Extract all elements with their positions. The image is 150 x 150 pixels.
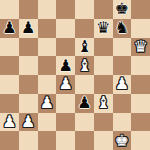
square-f7[interactable]: ♛ — [94, 19, 113, 38]
square-f2[interactable] — [94, 113, 113, 132]
square-c1[interactable] — [38, 131, 57, 150]
square-g3[interactable] — [113, 94, 132, 113]
white-pawn-piece[interactable]: ♟ — [21, 113, 35, 131]
square-b7[interactable]: ♟ — [19, 19, 38, 38]
square-h5[interactable] — [131, 56, 150, 75]
square-c8[interactable] — [38, 0, 57, 19]
square-a1[interactable] — [0, 131, 19, 150]
square-f4[interactable] — [94, 75, 113, 94]
black-queen-piece[interactable]: ♛ — [96, 19, 110, 37]
square-d8[interactable] — [56, 0, 75, 19]
square-b8[interactable] — [19, 0, 38, 19]
square-d5[interactable]: ♟ — [56, 56, 75, 75]
square-g6[interactable] — [113, 38, 132, 57]
square-g4[interactable]: ♟ — [113, 75, 132, 94]
black-pawn-piece[interactable]: ♟ — [77, 94, 91, 112]
square-a5[interactable] — [0, 56, 19, 75]
square-e8[interactable] — [75, 0, 94, 19]
square-c5[interactable] — [38, 56, 57, 75]
square-d4[interactable]: ♟ — [56, 75, 75, 94]
black-king-piece[interactable]: ♚ — [115, 0, 129, 18]
black-bishop-piece[interactable]: ♝ — [77, 38, 91, 56]
black-pawn-piece[interactable]: ♟ — [21, 19, 35, 37]
square-h2[interactable] — [131, 113, 150, 132]
square-d6[interactable] — [56, 38, 75, 57]
square-d7[interactable] — [56, 19, 75, 38]
square-a3[interactable] — [0, 94, 19, 113]
square-e7[interactable] — [75, 19, 94, 38]
square-h8[interactable] — [131, 0, 150, 19]
square-a6[interactable] — [0, 38, 19, 57]
square-d1[interactable] — [56, 131, 75, 150]
square-e4[interactable] — [75, 75, 94, 94]
square-a8[interactable] — [0, 0, 19, 19]
square-h6[interactable]: ♛ — [131, 38, 150, 57]
white-queen-piece[interactable]: ♛ — [133, 38, 147, 56]
square-c3[interactable]: ♟ — [38, 94, 57, 113]
white-bishop-piece[interactable]: ♝ — [77, 57, 91, 75]
square-a4[interactable] — [0, 75, 19, 94]
square-g5[interactable] — [113, 56, 132, 75]
square-f5[interactable] — [94, 56, 113, 75]
square-a7[interactable]: ♟ — [0, 19, 19, 38]
square-g2[interactable] — [113, 113, 132, 132]
square-g8[interactable]: ♚ — [113, 0, 132, 19]
square-e1[interactable] — [75, 131, 94, 150]
square-e3[interactable]: ♟ — [75, 94, 94, 113]
square-c6[interactable] — [38, 38, 57, 57]
white-pawn-piece[interactable]: ♟ — [2, 113, 16, 131]
square-h4[interactable] — [131, 75, 150, 94]
white-pawn-piece[interactable]: ♟ — [115, 75, 129, 93]
square-f3[interactable]: ♝ — [94, 94, 113, 113]
square-e5[interactable]: ♝ — [75, 56, 94, 75]
square-b1[interactable] — [19, 131, 38, 150]
black-pawn-piece[interactable]: ♟ — [58, 57, 72, 75]
black-pawn-piece[interactable]: ♟ — [2, 19, 16, 37]
square-h1[interactable] — [131, 131, 150, 150]
square-d2[interactable] — [56, 113, 75, 132]
square-c4[interactable] — [38, 75, 57, 94]
white-pawn-piece[interactable]: ♟ — [40, 94, 54, 112]
square-g1[interactable]: ♚ — [113, 131, 132, 150]
square-g7[interactable]: ♞ — [113, 19, 132, 38]
square-d3[interactable] — [56, 94, 75, 113]
square-e2[interactable] — [75, 113, 94, 132]
square-c2[interactable] — [38, 113, 57, 132]
square-f6[interactable] — [94, 38, 113, 57]
chess-board: ♚♟♟♛♞♝♛♟♝♟♟♟♟♝♟♟♚ — [0, 0, 150, 150]
square-a2[interactable]: ♟ — [0, 113, 19, 132]
square-f8[interactable] — [94, 0, 113, 19]
square-h3[interactable] — [131, 94, 150, 113]
square-b3[interactable] — [19, 94, 38, 113]
white-pawn-piece[interactable]: ♟ — [58, 75, 72, 93]
square-b4[interactable] — [19, 75, 38, 94]
white-bishop-piece[interactable]: ♝ — [96, 94, 110, 112]
square-h7[interactable] — [131, 19, 150, 38]
square-f1[interactable] — [94, 131, 113, 150]
white-king-piece[interactable]: ♚ — [115, 132, 129, 150]
square-b2[interactable]: ♟ — [19, 113, 38, 132]
square-e6[interactable]: ♝ — [75, 38, 94, 57]
square-b6[interactable] — [19, 38, 38, 57]
square-c7[interactable] — [38, 19, 57, 38]
square-b5[interactable] — [19, 56, 38, 75]
black-knight-piece[interactable]: ♞ — [115, 19, 129, 37]
